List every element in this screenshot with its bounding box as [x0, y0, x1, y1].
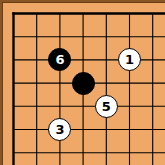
white-stone[interactable]: 1 [118, 48, 141, 71]
board-cell[interactable] [72, 118, 95, 141]
stone-move-number: 5 [102, 100, 111, 113]
white-stone[interactable]: 3 [48, 118, 71, 141]
board-cell[interactable] [2, 118, 25, 141]
board-cell[interactable] [95, 118, 118, 141]
board-cell[interactable] [141, 141, 164, 164]
board-cell[interactable]: 6 [48, 48, 71, 71]
board-cell[interactable] [72, 48, 95, 71]
board-cell[interactable] [141, 48, 164, 71]
go-board-diagram: 6153 [0, 0, 165, 165]
board-cell[interactable] [72, 141, 95, 164]
board-cell[interactable]: 5 [95, 95, 118, 118]
board-cell[interactable] [95, 48, 118, 71]
board-cell[interactable]: 3 [48, 118, 71, 141]
board-cell[interactable] [25, 48, 48, 71]
board-cell[interactable] [2, 2, 25, 25]
board-cell[interactable] [2, 141, 25, 164]
board-cell[interactable] [48, 95, 71, 118]
stone-move-number: 3 [55, 123, 64, 136]
go-board[interactable]: 6153 [2, 2, 164, 164]
stone-move-number: 6 [55, 53, 64, 66]
board-cell[interactable] [2, 48, 25, 71]
board-cell[interactable] [25, 25, 48, 48]
black-stone[interactable] [72, 72, 95, 95]
board-cell[interactable] [2, 72, 25, 95]
board-cell[interactable] [48, 141, 71, 164]
board-cell[interactable]: 1 [118, 48, 141, 71]
board-cell[interactable] [118, 72, 141, 95]
board-cell[interactable] [72, 72, 95, 95]
board-cell[interactable] [95, 72, 118, 95]
board-cell[interactable] [72, 95, 95, 118]
black-stone[interactable]: 6 [48, 48, 71, 71]
stone-move-number: 1 [125, 53, 134, 66]
board-cell[interactable] [48, 2, 71, 25]
board-cell[interactable] [141, 72, 164, 95]
board-cell[interactable] [141, 2, 164, 25]
board-cell[interactable] [2, 95, 25, 118]
board-cell[interactable] [25, 118, 48, 141]
board-cell[interactable] [25, 95, 48, 118]
board-cell[interactable] [25, 141, 48, 164]
board-cell[interactable] [95, 141, 118, 164]
board-cell[interactable] [48, 25, 71, 48]
board-cell[interactable] [2, 25, 25, 48]
white-stone[interactable]: 5 [95, 95, 118, 118]
board-cell[interactable] [118, 141, 141, 164]
board-cell[interactable] [25, 72, 48, 95]
board-cell[interactable] [48, 72, 71, 95]
board-cell[interactable] [141, 95, 164, 118]
board-cell[interactable] [118, 25, 141, 48]
board-cell[interactable] [141, 25, 164, 48]
board-cell[interactable] [118, 118, 141, 141]
board-cell[interactable] [118, 95, 141, 118]
board-cell[interactable] [25, 2, 48, 25]
board-cell[interactable] [141, 118, 164, 141]
board-cell[interactable] [72, 2, 95, 25]
board-cell[interactable] [118, 2, 141, 25]
board-cell[interactable] [72, 25, 95, 48]
board-cell[interactable] [95, 2, 118, 25]
board-cell[interactable] [95, 25, 118, 48]
